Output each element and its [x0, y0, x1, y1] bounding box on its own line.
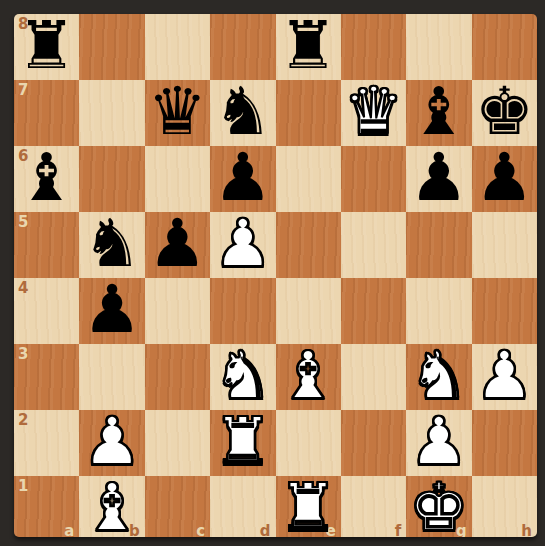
- square-b5[interactable]: ♞: [79, 212, 144, 278]
- square-g6[interactable]: ♟: [406, 146, 471, 212]
- file-label-f: f: [395, 524, 402, 537]
- black-pawn[interactable]: ♟: [213, 145, 272, 211]
- square-g8[interactable]: [406, 14, 471, 80]
- square-a7[interactable]: 7: [14, 80, 79, 146]
- square-c6[interactable]: [145, 146, 210, 212]
- black-queen[interactable]: ♛: [148, 79, 207, 145]
- square-f1[interactable]: f: [341, 476, 406, 537]
- white-pawn[interactable]: ♟: [213, 211, 272, 277]
- square-a5[interactable]: 5: [14, 212, 79, 278]
- file-label-c: c: [196, 524, 205, 537]
- square-a4[interactable]: 4: [14, 278, 79, 344]
- rank-label-4: 4: [18, 281, 28, 296]
- square-g5[interactable]: [406, 212, 471, 278]
- square-e6[interactable]: [276, 146, 341, 212]
- white-rook[interactable]: ♜: [213, 409, 272, 475]
- white-pawn[interactable]: ♟: [82, 409, 141, 475]
- black-pawn[interactable]: ♟: [148, 211, 207, 277]
- square-e8[interactable]: ♜: [276, 14, 341, 80]
- black-rook[interactable]: ♜: [279, 14, 338, 79]
- square-f5[interactable]: [341, 212, 406, 278]
- square-h3[interactable]: ♟: [472, 344, 537, 410]
- black-knight[interactable]: ♞: [82, 211, 141, 277]
- black-knight[interactable]: ♞: [213, 79, 272, 145]
- square-b6[interactable]: [79, 146, 144, 212]
- square-h5[interactable]: [472, 212, 537, 278]
- white-bishop[interactable]: ♝: [82, 475, 141, 537]
- black-pawn[interactable]: ♟: [409, 145, 468, 211]
- square-c7[interactable]: ♛: [145, 80, 210, 146]
- square-c1[interactable]: c: [145, 476, 210, 537]
- file-label-a: a: [64, 524, 74, 537]
- chess-board: 8♜♜7♛♞♛♝♚6♝♟♟♟5♞♟♟4♟3♞♝♞♟2♟♜♟1ab♝cde♜fg♚…: [14, 14, 537, 537]
- square-e2[interactable]: [276, 410, 341, 476]
- square-f8[interactable]: [341, 14, 406, 80]
- white-queen[interactable]: ♛: [344, 79, 403, 145]
- square-c5[interactable]: ♟: [145, 212, 210, 278]
- white-knight[interactable]: ♞: [409, 343, 468, 409]
- square-g1[interactable]: g♚: [406, 476, 471, 537]
- black-rook[interactable]: ♜: [17, 14, 76, 79]
- square-d1[interactable]: d: [210, 476, 275, 537]
- white-king[interactable]: ♚: [409, 475, 468, 537]
- black-bishop[interactable]: ♝: [17, 145, 76, 211]
- black-pawn[interactable]: ♟: [82, 277, 141, 343]
- square-h2[interactable]: [472, 410, 537, 476]
- square-h4[interactable]: [472, 278, 537, 344]
- square-d5[interactable]: ♟: [210, 212, 275, 278]
- square-f2[interactable]: [341, 410, 406, 476]
- square-d2[interactable]: ♜: [210, 410, 275, 476]
- square-b8[interactable]: [79, 14, 144, 80]
- square-h1[interactable]: h: [472, 476, 537, 537]
- square-b7[interactable]: [79, 80, 144, 146]
- square-a3[interactable]: 3: [14, 344, 79, 410]
- square-g3[interactable]: ♞: [406, 344, 471, 410]
- square-g7[interactable]: ♝: [406, 80, 471, 146]
- square-h7[interactable]: ♚: [472, 80, 537, 146]
- square-f4[interactable]: [341, 278, 406, 344]
- file-label-d: d: [260, 524, 271, 537]
- square-d4[interactable]: [210, 278, 275, 344]
- square-b4[interactable]: ♟: [79, 278, 144, 344]
- square-d3[interactable]: ♞: [210, 344, 275, 410]
- square-b3[interactable]: [79, 344, 144, 410]
- rank-label-7: 7: [18, 83, 28, 98]
- white-bishop[interactable]: ♝: [279, 343, 338, 409]
- square-c3[interactable]: [145, 344, 210, 410]
- square-a1[interactable]: 1a: [14, 476, 79, 537]
- square-d8[interactable]: [210, 14, 275, 80]
- square-e5[interactable]: [276, 212, 341, 278]
- white-rook[interactable]: ♜: [279, 475, 338, 537]
- square-b2[interactable]: ♟: [79, 410, 144, 476]
- square-e4[interactable]: [276, 278, 341, 344]
- square-e3[interactable]: ♝: [276, 344, 341, 410]
- rank-label-3: 3: [18, 347, 28, 362]
- square-b1[interactable]: b♝: [79, 476, 144, 537]
- square-a6[interactable]: 6♝: [14, 146, 79, 212]
- black-bishop[interactable]: ♝: [409, 79, 468, 145]
- square-e7[interactable]: [276, 80, 341, 146]
- square-h8[interactable]: [472, 14, 537, 80]
- square-f3[interactable]: [341, 344, 406, 410]
- square-g2[interactable]: ♟: [406, 410, 471, 476]
- board-frame: 8♜♜7♛♞♛♝♚6♝♟♟♟5♞♟♟4♟3♞♝♞♟2♟♜♟1ab♝cde♜fg♚…: [0, 0, 545, 546]
- square-c4[interactable]: [145, 278, 210, 344]
- square-e1[interactable]: e♜: [276, 476, 341, 537]
- rank-label-5: 5: [18, 215, 28, 230]
- square-f7[interactable]: ♛: [341, 80, 406, 146]
- file-label-h: h: [521, 524, 532, 537]
- square-f6[interactable]: [341, 146, 406, 212]
- square-c8[interactable]: [145, 14, 210, 80]
- square-h6[interactable]: ♟: [472, 146, 537, 212]
- square-c2[interactable]: [145, 410, 210, 476]
- square-a2[interactable]: 2: [14, 410, 79, 476]
- rank-label-1: 1: [18, 479, 28, 494]
- square-g4[interactable]: [406, 278, 471, 344]
- square-d6[interactable]: ♟: [210, 146, 275, 212]
- white-pawn[interactable]: ♟: [409, 409, 468, 475]
- rank-label-2: 2: [18, 413, 28, 428]
- black-pawn[interactable]: ♟: [475, 145, 534, 211]
- square-a8[interactable]: 8♜: [14, 14, 79, 80]
- black-king[interactable]: ♚: [475, 79, 534, 145]
- white-pawn[interactable]: ♟: [475, 343, 534, 409]
- square-d7[interactable]: ♞: [210, 80, 275, 146]
- white-knight[interactable]: ♞: [213, 343, 272, 409]
